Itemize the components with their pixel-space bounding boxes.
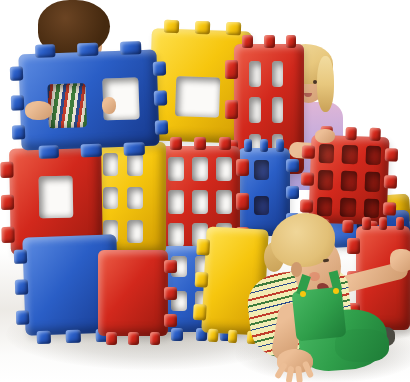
- toddler-overalls-button-left: [300, 291, 306, 297]
- red-block-tab: [1, 194, 14, 210]
- boy-left-hand-gripping-block: [25, 101, 52, 120]
- blue-block-tab: [286, 186, 299, 199]
- block-hole: [192, 157, 208, 181]
- block-hole: [127, 187, 143, 209]
- red-block-tab: [194, 137, 206, 150]
- block-hole: [318, 144, 334, 164]
- yellow-block-tab: [227, 330, 237, 343]
- red-block-tab: [106, 332, 117, 345]
- toddler-reaching-hand: [390, 249, 410, 272]
- block-hole: [168, 157, 184, 181]
- boy-right-hand-in-window: [102, 97, 116, 114]
- scene-waffle-block-fort: [0, 0, 410, 382]
- blue-block-tab: [10, 66, 23, 81]
- blue-block-tab: [15, 280, 29, 295]
- red-block-tab: [264, 35, 275, 48]
- red-block-tab: [379, 217, 387, 230]
- yellow-block-tab: [193, 304, 207, 321]
- blue-block-tab: [286, 159, 299, 172]
- red-block-tab: [384, 175, 397, 189]
- yellow-block-tab: [208, 329, 218, 342]
- yellow-block-tab: [226, 22, 241, 36]
- block-hole: [272, 61, 283, 87]
- block-hole: [175, 76, 220, 118]
- red-block-tab: [369, 128, 381, 141]
- red-block-tab: [286, 35, 297, 48]
- block-hole: [216, 157, 232, 181]
- blue-block-tab: [260, 139, 268, 152]
- red-block-tab: [225, 60, 238, 80]
- blue-block-tab: [16, 310, 30, 325]
- blue-block-tab: [155, 120, 168, 135]
- red-block-tab: [396, 217, 404, 230]
- blue-block-tab: [14, 249, 28, 264]
- red-block-tab: [342, 220, 354, 233]
- blue-block-tab: [124, 142, 145, 156]
- block-hole: [127, 220, 143, 242]
- toddler-finger: [295, 366, 303, 382]
- blue-block-tab: [38, 145, 59, 159]
- blue-block-tab: [11, 96, 24, 111]
- yellow-block-tab: [164, 20, 179, 34]
- block-hole: [365, 145, 381, 165]
- blue-block-tab: [276, 139, 284, 152]
- blue-block-tab: [153, 61, 166, 76]
- block-hole: [254, 160, 270, 179]
- girl-hand-on-block: [315, 129, 335, 143]
- yellow-block-tab: [195, 271, 209, 288]
- blue-block-tab: [154, 91, 167, 106]
- girl-right-pigtail: [317, 56, 334, 112]
- red-block-tab: [301, 172, 314, 186]
- block-hole: [103, 153, 119, 175]
- blue-block-tab: [120, 41, 141, 55]
- yellow-block-tab: [196, 239, 210, 256]
- block-hole: [254, 196, 270, 215]
- yellow-block-tab: [195, 21, 210, 35]
- block-hole: [216, 190, 232, 214]
- red-block-tab: [300, 199, 313, 213]
- blue-block-tab: [66, 330, 81, 343]
- blue-window-block-held-by-boy: [18, 50, 159, 151]
- block-hole: [342, 145, 358, 165]
- red-block-tab: [170, 137, 182, 150]
- blue-block-tab: [81, 144, 102, 158]
- red-block-tab: [0, 161, 13, 177]
- block-hole: [363, 198, 379, 218]
- block-hole: [317, 170, 333, 190]
- red-block-tab: [345, 127, 357, 140]
- blue-block-tab: [77, 43, 98, 57]
- red-block-tab: [219, 137, 231, 150]
- block-hole: [272, 97, 283, 123]
- red-block-tab: [150, 332, 161, 345]
- block-hole: [127, 153, 143, 175]
- red-waffle-block-held-by-girl: [308, 135, 389, 226]
- red-block-tab: [362, 217, 370, 230]
- block-hole: [192, 190, 208, 214]
- blue-block-tab: [37, 331, 52, 344]
- block-hole: [168, 223, 184, 247]
- blue-block-tab: [35, 44, 56, 58]
- block-hole: [340, 197, 356, 217]
- block-hole: [364, 172, 380, 192]
- red-block-tab: [128, 332, 139, 345]
- block-hole: [341, 171, 357, 191]
- red-block-tab: [383, 202, 396, 216]
- red-solid-block-bottom-middle: [98, 250, 168, 336]
- red-block-tab: [164, 314, 177, 327]
- red-block-tab: [225, 100, 238, 120]
- block-hole: [47, 83, 87, 128]
- blue-block-tab: [12, 125, 25, 140]
- toddler-ear: [291, 262, 302, 277]
- blue-block-tab: [244, 139, 252, 152]
- red-block-tab: [242, 35, 253, 48]
- blue-block-tab: [171, 328, 183, 341]
- red-block-tab: [236, 159, 249, 176]
- red-block-tab: [302, 145, 315, 159]
- red-block-tab: [385, 148, 398, 162]
- block-hole: [317, 196, 333, 216]
- block-hole: [249, 61, 260, 87]
- red-block-tab: [164, 287, 177, 300]
- toddler-overalls-button-right: [333, 288, 339, 294]
- block-hole: [103, 187, 119, 209]
- red-block-tab: [236, 193, 249, 210]
- red-block-tab: [347, 238, 360, 254]
- red-block-tab: [1, 227, 14, 243]
- girl-right-eye: [313, 80, 317, 84]
- toddler-hand-on-floor: [277, 349, 313, 373]
- block-hole: [168, 190, 184, 214]
- red-block-tab: [164, 260, 177, 273]
- block-hole: [249, 97, 260, 123]
- block-hole: [39, 175, 73, 218]
